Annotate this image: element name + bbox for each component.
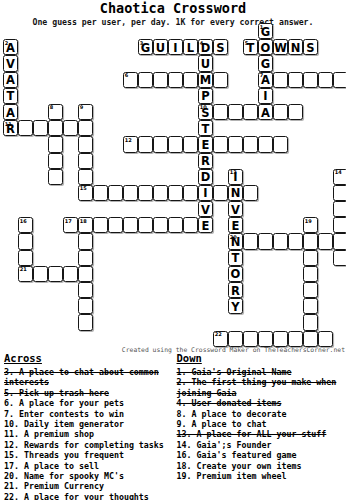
clue-item: 9. A place to chat — [177, 419, 346, 429]
grid-cell[interactable]: S — [303, 39, 318, 55]
grid-cell[interactable] — [258, 136, 273, 152]
down-section: Down 1. Gaia's Original Name2. The first… — [177, 352, 346, 500]
clue-item: 6. A place for your pets — [4, 398, 173, 408]
grid-cell[interactable]: P — [198, 88, 213, 104]
cell-letter: Y — [229, 299, 242, 313]
grid-cell[interactable] — [273, 104, 288, 120]
grid-cell[interactable] — [78, 153, 93, 169]
grid-cell[interactable]: 3G — [138, 39, 153, 55]
page-title: Chaotica Crossword — [0, 0, 346, 16]
cell-letter: R — [229, 283, 242, 297]
clue-item: 12. Rewards for completing tasks — [4, 440, 173, 450]
crossword-grid: 1G2A3GUIL4DS5TOWNSVUGA6M7ATPIA8910SA11RT… — [3, 23, 346, 347]
grid-cell[interactable] — [273, 331, 288, 347]
grid-cell[interactable] — [333, 217, 346, 233]
cell-letter: V — [199, 202, 212, 216]
cell-letter: G — [139, 40, 152, 54]
grid-cell[interactable] — [273, 136, 288, 152]
cell-number: 12 — [125, 137, 132, 143]
grid-cell[interactable] — [138, 72, 153, 88]
grid-cell[interactable] — [318, 72, 333, 88]
grid-cell[interactable]: D — [198, 169, 213, 185]
grid-cell[interactable] — [213, 136, 228, 152]
grid-cell[interactable] — [318, 331, 333, 347]
grid-cell[interactable] — [33, 266, 48, 282]
cell-letter: D — [199, 170, 212, 184]
grid-cell[interactable] — [153, 217, 168, 233]
clue-item: 22. A place for your thoughts — [4, 492, 173, 500]
cell-number: 9 — [80, 104, 83, 110]
grid-cell[interactable]: 6 — [123, 72, 138, 88]
clue-item: 3. A place to chat about common interest… — [4, 367, 173, 388]
cell-letter: O — [229, 267, 242, 281]
grid-cell[interactable] — [153, 185, 168, 201]
cell-letter: I — [259, 89, 272, 103]
grid-cell[interactable]: L — [183, 39, 198, 55]
grid-cell[interactable]: V — [228, 201, 243, 217]
grid-cell[interactable]: S — [213, 39, 228, 55]
clue-item: 2. The first thing you make when joining… — [177, 377, 346, 398]
cell-letter: O — [259, 40, 272, 54]
grid-cell[interactable]: A — [258, 104, 273, 120]
grid-cell[interactable]: 19 — [303, 217, 318, 233]
grid-cell[interactable] — [153, 136, 168, 152]
grid-cell[interactable]: G — [258, 55, 273, 71]
cell-number: 6 — [125, 72, 128, 78]
grid-cell[interactable]: 20N — [228, 233, 243, 249]
cell-letter: N — [289, 40, 302, 54]
grid-cell[interactable]: 11R — [3, 120, 18, 136]
cell-number: 21 — [20, 266, 27, 272]
grid-cell[interactable]: N — [288, 39, 303, 55]
grid-cell[interactable] — [78, 136, 93, 152]
across-clue-list: 3. A place to chat about common interest… — [4, 367, 173, 500]
cell-letter: I — [229, 170, 242, 184]
clue-item: 4. User donated items — [177, 398, 346, 408]
grid-cell[interactable] — [303, 298, 318, 314]
grid-cell[interactable] — [33, 120, 48, 136]
grid-cell[interactable]: 15 — [78, 185, 93, 201]
clue-item: 1. Gaia's Original Name — [177, 367, 346, 377]
cell-letter: T — [244, 40, 257, 54]
grid-cell[interactable] — [243, 233, 258, 249]
grid-cell[interactable] — [228, 331, 243, 347]
grid-cell[interactable] — [303, 250, 318, 266]
grid-cell[interactable] — [18, 233, 33, 249]
clue-item: 7. Enter contests to win — [4, 409, 173, 419]
grid-cell[interactable] — [108, 185, 123, 201]
grid-cell[interactable]: R — [198, 153, 213, 169]
grid-cell[interactable] — [168, 136, 183, 152]
grid-cell[interactable] — [183, 185, 198, 201]
cell-letter: S — [304, 40, 317, 54]
grid-cell[interactable]: T — [228, 250, 243, 266]
cell-letter: T — [4, 89, 17, 103]
clue-item: 14. Gaia';s Founder — [177, 440, 346, 450]
grid-cell[interactable] — [168, 72, 183, 88]
cell-letter: I — [169, 40, 182, 54]
grid-cell[interactable] — [138, 136, 153, 152]
cell-letter: L — [184, 40, 197, 54]
grid-cell[interactable] — [333, 72, 346, 88]
cell-number: 19 — [305, 218, 312, 224]
across-header: Across — [4, 352, 173, 364]
grid-cell[interactable] — [303, 282, 318, 298]
cell-letter: T — [199, 121, 212, 135]
grid-cell[interactable]: 10S — [198, 104, 213, 120]
grid-cell[interactable]: 22 — [213, 331, 228, 347]
cell-letter: E — [229, 218, 242, 232]
grid-cell[interactable] — [228, 136, 243, 152]
grid-cell[interactable] — [213, 72, 228, 88]
cell-letter: N — [229, 234, 242, 248]
grid-cell[interactable] — [303, 266, 318, 282]
grid-cell[interactable]: I — [198, 185, 213, 201]
grid-cell[interactable] — [138, 185, 153, 201]
cell-letter: U — [154, 40, 167, 54]
across-section: Across 3. A place to chat about common i… — [4, 352, 173, 500]
cell-number: 14 — [335, 169, 342, 175]
grid-cell[interactable]: 9 — [78, 104, 93, 120]
cell-number: 16 — [20, 218, 27, 224]
grid-cell[interactable] — [303, 233, 318, 249]
grid-cell[interactable] — [183, 217, 198, 233]
cell-letter: G — [259, 56, 272, 70]
grid-cell[interactable] — [333, 201, 346, 217]
grid-cell[interactable] — [303, 331, 318, 347]
down-clue-list: 1. Gaia's Original Name2. The first thin… — [177, 367, 346, 481]
cell-letter: S — [214, 40, 227, 54]
grid-cell[interactable]: U — [153, 39, 168, 55]
grid-cell[interactable]: E — [198, 217, 213, 233]
grid-cell[interactable] — [288, 72, 303, 88]
cell-letter: M — [199, 73, 212, 87]
grid-cell[interactable]: 14 — [333, 169, 346, 185]
grid-cell[interactable] — [48, 266, 63, 282]
clue-item: 17. A place to sell — [4, 461, 173, 471]
grid-cell[interactable] — [168, 217, 183, 233]
grid-cell[interactable]: 1G — [258, 23, 273, 39]
grid-cell[interactable] — [78, 266, 93, 282]
grid-cell[interactable]: 12 — [123, 136, 138, 152]
grid-cell[interactable] — [108, 217, 123, 233]
grid-cell[interactable]: V — [198, 201, 213, 217]
grid-cell[interactable]: U — [198, 55, 213, 71]
grid-cell[interactable]: T — [3, 88, 18, 104]
cell-letter: T — [229, 251, 242, 265]
grid-cell[interactable] — [273, 72, 288, 88]
grid-cell[interactable] — [138, 217, 153, 233]
grid-cell[interactable] — [258, 233, 273, 249]
cell-letter: A — [259, 105, 272, 119]
grid-cell[interactable]: O — [258, 39, 273, 55]
grid-cell[interactable] — [93, 217, 108, 233]
cell-number: 22 — [215, 331, 222, 337]
grid-cell[interactable] — [183, 72, 198, 88]
cell-letter: A — [259, 73, 272, 87]
grid-cell[interactable] — [63, 266, 78, 282]
grid-cell[interactable] — [78, 120, 93, 136]
grid-cell[interactable] — [243, 331, 258, 347]
cell-letter: R — [4, 121, 17, 135]
grid-cell[interactable]: 13I — [228, 169, 243, 185]
grid-cell[interactable]: 17 — [63, 217, 78, 233]
grid-cell[interactable]: R — [228, 282, 243, 298]
grid-cell[interactable] — [48, 169, 63, 185]
grid-cell[interactable] — [78, 282, 93, 298]
cell-letter: A — [4, 40, 17, 54]
clue-item: 16. Gaia's featured game — [177, 450, 346, 460]
clue-item: 15. Threads you frequent — [4, 450, 173, 460]
grid-cell[interactable]: Y — [228, 298, 243, 314]
grid-cell[interactable]: 18 — [78, 217, 93, 233]
grid-cell[interactable] — [288, 233, 303, 249]
grid-cell[interactable] — [333, 250, 346, 266]
cell-letter: A — [4, 105, 17, 119]
clue-item: 5. Pick up trash here — [4, 388, 173, 398]
grid-cell[interactable]: N — [228, 185, 243, 201]
clue-item: 8. A place to decorate — [177, 409, 346, 419]
cell-letter: E — [199, 137, 212, 151]
grid-cell[interactable]: O — [228, 266, 243, 282]
grid-cell[interactable]: A — [3, 72, 18, 88]
grid-cell[interactable]: E — [198, 136, 213, 152]
grid-cell[interactable] — [123, 217, 138, 233]
grid-cell[interactable] — [168, 185, 183, 201]
grid-cell[interactable] — [288, 331, 303, 347]
cell-letter: P — [199, 89, 212, 103]
grid-cell[interactable] — [78, 250, 93, 266]
cell-letter: W — [274, 40, 287, 54]
grid-cell[interactable] — [48, 136, 63, 152]
cell-number: 18 — [80, 218, 87, 224]
cell-letter: I — [199, 186, 212, 200]
cell-letter: N — [229, 186, 242, 200]
cell-number: 15 — [80, 185, 87, 191]
grid-cell[interactable]: I — [168, 39, 183, 55]
cell-letter: A — [4, 73, 17, 87]
grid-cell[interactable]: 16 — [18, 217, 33, 233]
grid-cell[interactable] — [243, 136, 258, 152]
grid-cell[interactable]: 8 — [48, 104, 63, 120]
grid-cell[interactable] — [258, 331, 273, 347]
grid-cell[interactable]: 21 — [18, 266, 33, 282]
grid-cell[interactable]: 5T — [243, 39, 258, 55]
grid-cell[interactable] — [93, 185, 108, 201]
grid-cell[interactable] — [123, 185, 138, 201]
cell-letter: V — [4, 56, 17, 70]
grid-cell[interactable] — [288, 104, 303, 120]
grid-cell[interactable]: 4D — [198, 39, 213, 55]
grid-cell[interactable] — [243, 104, 258, 120]
cell-letter: G — [259, 24, 272, 38]
grid-cell[interactable] — [303, 72, 318, 88]
grid-cell[interactable]: V — [3, 55, 18, 71]
cell-letter: S — [199, 105, 212, 119]
grid-cell[interactable]: M — [198, 72, 213, 88]
grid-cell[interactable]: T — [198, 120, 213, 136]
grid-cell[interactable] — [243, 185, 258, 201]
clue-item: 11. A premium shop — [4, 429, 173, 439]
clue-item: 18. Create your own items — [177, 461, 346, 471]
grid-cell[interactable]: 7A — [258, 72, 273, 88]
grid-cell[interactable]: 2A — [3, 39, 18, 55]
clues-section: Across 3. A place to chat about common i… — [4, 352, 345, 500]
grid-cell[interactable] — [153, 72, 168, 88]
grid-cell[interactable] — [333, 185, 346, 201]
grid-cell[interactable] — [18, 120, 33, 136]
down-header: Down — [177, 352, 346, 364]
grid-cell[interactable] — [78, 233, 93, 249]
grid-cell[interactable] — [213, 185, 228, 201]
grid-cell[interactable] — [78, 314, 93, 330]
grid-cell[interactable]: I — [258, 88, 273, 104]
clue-item: 13. A place for ALL your stuff — [177, 429, 346, 439]
clue-item: 21. Premium Currency — [4, 481, 173, 491]
cell-number: 17 — [65, 218, 72, 224]
cell-letter: R — [199, 154, 212, 168]
clue-item: 10. Daily item generator — [4, 419, 173, 429]
grid-cell[interactable] — [48, 120, 63, 136]
grid-cell[interactable] — [318, 233, 333, 249]
grid-cell[interactable] — [273, 233, 288, 249]
grid-cell[interactable] — [78, 298, 93, 314]
grid-cell[interactable]: E — [228, 217, 243, 233]
grid-cell[interactable]: W — [273, 39, 288, 55]
grid-cell[interactable] — [228, 104, 243, 120]
cell-letter: E — [199, 218, 212, 232]
grid-cell[interactable] — [63, 120, 78, 136]
grid-cell[interactable] — [183, 136, 198, 152]
clue-item: 19. Premium item wheel — [177, 471, 346, 481]
grid-cell[interactable] — [18, 250, 33, 266]
grid-cell[interactable] — [303, 314, 318, 330]
cell-letter: U — [199, 56, 212, 70]
grid-cell[interactable] — [78, 169, 93, 185]
grid-cell[interactable] — [48, 153, 63, 169]
cell-letter: D — [199, 40, 212, 54]
grid-cell[interactable]: A — [3, 104, 18, 120]
clue-item: 20. Name for spooky MC's — [4, 471, 173, 481]
grid-cell[interactable] — [213, 104, 228, 120]
cell-letter: V — [229, 202, 242, 216]
cell-number: 8 — [50, 104, 53, 110]
grid-cell[interactable] — [333, 233, 346, 249]
